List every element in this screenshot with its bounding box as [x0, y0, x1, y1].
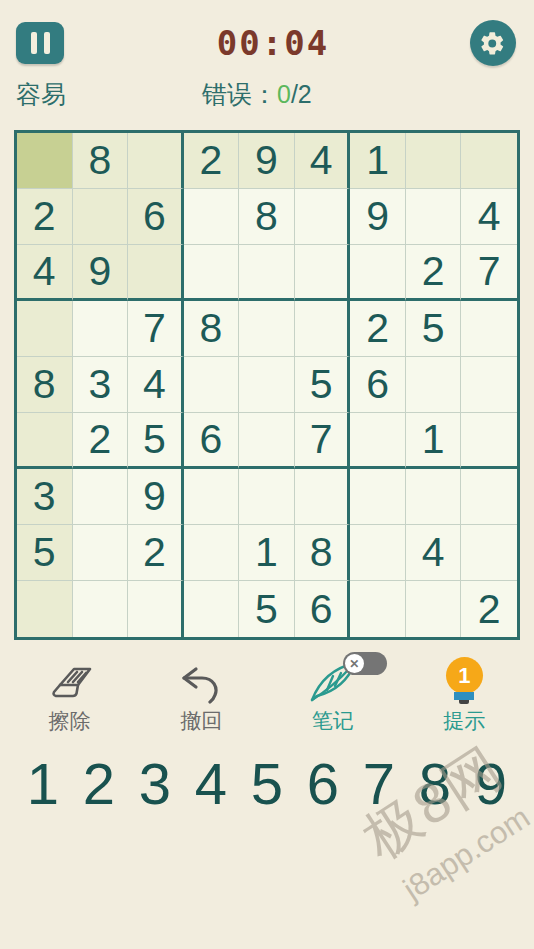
cell-r8c4[interactable]: [184, 525, 240, 581]
cell-r1c4[interactable]: 2: [184, 133, 240, 189]
cell-r6c5[interactable]: [239, 413, 295, 469]
cell-r2c9[interactable]: 4: [461, 189, 517, 245]
bulb-tip: [459, 700, 469, 704]
cell-r4c7[interactable]: 2: [350, 301, 406, 357]
numpad-7[interactable]: 7: [356, 749, 402, 819]
undo-button[interactable]: 撤回: [136, 656, 268, 735]
errors-current: 0: [277, 80, 291, 108]
undo-arrow-icon: [179, 664, 223, 704]
numpad-1[interactable]: 1: [20, 749, 66, 819]
cell-r1c1[interactable]: [17, 133, 73, 189]
difficulty-label: 容易: [16, 78, 66, 111]
cell-r1c6[interactable]: 4: [295, 133, 351, 189]
cell-r9c5[interactable]: 5: [239, 581, 295, 637]
numpad-5[interactable]: 5: [244, 749, 290, 819]
cell-r7c3[interactable]: 9: [128, 469, 184, 525]
cell-r1c7[interactable]: 1: [350, 133, 406, 189]
cell-r7c1[interactable]: 3: [17, 469, 73, 525]
numpad-3[interactable]: 3: [132, 749, 178, 819]
notes-label: 笔记: [312, 707, 354, 735]
numpad-4[interactable]: 4: [188, 749, 234, 819]
cell-r5c6[interactable]: 5: [295, 357, 351, 413]
cell-r2c2[interactable]: [73, 189, 129, 245]
cell-r8c9[interactable]: [461, 525, 517, 581]
cell-r3c9[interactable]: 7: [461, 245, 517, 301]
gear-icon: [479, 30, 506, 57]
cell-r9c4[interactable]: [184, 581, 240, 637]
cell-r2c6[interactable]: [295, 189, 351, 245]
erase-button[interactable]: 擦除: [4, 656, 136, 735]
cell-r5c9[interactable]: [461, 357, 517, 413]
hint-button[interactable]: 1 提示: [399, 656, 531, 735]
cell-r6c8[interactable]: 1: [406, 413, 462, 469]
erase-label: 擦除: [49, 707, 91, 735]
cell-r8c5[interactable]: 1: [239, 525, 295, 581]
cell-r3c7[interactable]: [350, 245, 406, 301]
cell-r8c8[interactable]: 4: [406, 525, 462, 581]
cell-r7c7[interactable]: [350, 469, 406, 525]
settings-button[interactable]: [470, 20, 516, 66]
cell-r6c1[interactable]: [17, 413, 73, 469]
errors-max: /2: [291, 80, 312, 108]
header-bar: 00:04: [0, 0, 534, 70]
cell-r1c9[interactable]: [461, 133, 517, 189]
cell-r2c3[interactable]: 6: [128, 189, 184, 245]
cell-r9c3[interactable]: [128, 581, 184, 637]
numpad-2[interactable]: 2: [76, 749, 122, 819]
notes-toggle-knob: ✕: [345, 654, 364, 673]
error-counter: 错误：0/2: [202, 78, 312, 111]
cell-r2c7[interactable]: 9: [350, 189, 406, 245]
cell-r6c2[interactable]: 2: [73, 413, 129, 469]
cell-r4c3[interactable]: 7: [128, 301, 184, 357]
cell-r5c8[interactable]: [406, 357, 462, 413]
cell-r9c2[interactable]: [73, 581, 129, 637]
cell-r3c6[interactable]: [295, 245, 351, 301]
cell-r3c1[interactable]: 4: [17, 245, 73, 301]
cell-r6c3[interactable]: 5: [128, 413, 184, 469]
cell-r8c1[interactable]: 5: [17, 525, 73, 581]
pause-button[interactable]: [16, 22, 64, 64]
toolbar: 擦除 撤回: [0, 640, 534, 735]
cell-r3c3[interactable]: [128, 245, 184, 301]
cell-r3c2[interactable]: 9: [73, 245, 129, 301]
undo-label: 撤回: [180, 707, 222, 735]
cell-r7c8[interactable]: [406, 469, 462, 525]
cell-r6c7[interactable]: [350, 413, 406, 469]
cell-r4c2[interactable]: [73, 301, 129, 357]
cell-r4c9[interactable]: [461, 301, 517, 357]
cell-r6c6[interactable]: 7: [295, 413, 351, 469]
cell-r6c9[interactable]: [461, 413, 517, 469]
cell-r5c1[interactable]: 8: [17, 357, 73, 413]
cell-r5c4[interactable]: [184, 357, 240, 413]
cell-r3c8[interactable]: 2: [406, 245, 462, 301]
cell-r9c1[interactable]: [17, 581, 73, 637]
game-timer: 00:04: [217, 23, 329, 63]
cell-r6c4[interactable]: 6: [184, 413, 240, 469]
hint-label: 提示: [443, 707, 485, 735]
cell-r2c1[interactable]: 2: [17, 189, 73, 245]
cell-r4c1[interactable]: [17, 301, 73, 357]
cell-r4c6[interactable]: [295, 301, 351, 357]
notes-button[interactable]: ✕ 笔记: [267, 656, 399, 735]
cell-r7c9[interactable]: [461, 469, 517, 525]
cell-r9c9[interactable]: 2: [461, 581, 517, 637]
cell-r5c5[interactable]: [239, 357, 295, 413]
numpad-8[interactable]: 8: [412, 749, 458, 819]
cell-r7c2[interactable]: [73, 469, 129, 525]
cell-r7c6[interactable]: [295, 469, 351, 525]
cell-r1c3[interactable]: [128, 133, 184, 189]
numpad-6[interactable]: 6: [300, 749, 346, 819]
cell-r7c4[interactable]: [184, 469, 240, 525]
cell-r4c8[interactable]: 5: [406, 301, 462, 357]
cell-r7c5[interactable]: [239, 469, 295, 525]
cell-r3c4[interactable]: [184, 245, 240, 301]
pause-icon: [44, 32, 50, 54]
cell-r9c8[interactable]: [406, 581, 462, 637]
cell-r1c8[interactable]: [406, 133, 462, 189]
cell-r3c5[interactable]: [239, 245, 295, 301]
cell-r4c5[interactable]: [239, 301, 295, 357]
cell-r1c5[interactable]: 9: [239, 133, 295, 189]
info-row: 容易 错误：0/2: [0, 78, 534, 116]
cell-r4c4[interactable]: 8: [184, 301, 240, 357]
cell-r8c6[interactable]: 8: [295, 525, 351, 581]
sudoku-board: 82941268944927782583456256713952184562: [14, 130, 520, 640]
cell-r2c4[interactable]: [184, 189, 240, 245]
cell-r8c2[interactable]: [73, 525, 129, 581]
cell-r9c6[interactable]: 6: [295, 581, 351, 637]
hint-count-badge: 1: [446, 657, 483, 694]
pause-icon: [31, 32, 37, 54]
eraser-icon: [47, 664, 93, 704]
sudoku-app-screen: 00:04 容易 错误：0/2 829412689449277825834562…: [0, 0, 534, 949]
numpad-9[interactable]: 9: [468, 749, 514, 819]
notes-toggle[interactable]: ✕: [343, 652, 387, 675]
cell-r5c7[interactable]: 6: [350, 357, 406, 413]
cell-r9c7[interactable]: [350, 581, 406, 637]
number-pad: 123456789: [0, 735, 534, 819]
cell-r2c5[interactable]: 8: [239, 189, 295, 245]
cell-r5c3[interactable]: 4: [128, 357, 184, 413]
bulb-neck: [454, 692, 474, 700]
cell-r8c7[interactable]: [350, 525, 406, 581]
lightbulb-icon: 1: [444, 657, 484, 704]
cell-r1c2[interactable]: 8: [73, 133, 129, 189]
errors-label: 错误：: [202, 80, 277, 108]
cell-r5c2[interactable]: 3: [73, 357, 129, 413]
cell-r2c8[interactable]: [406, 189, 462, 245]
cell-r8c3[interactable]: 2: [128, 525, 184, 581]
